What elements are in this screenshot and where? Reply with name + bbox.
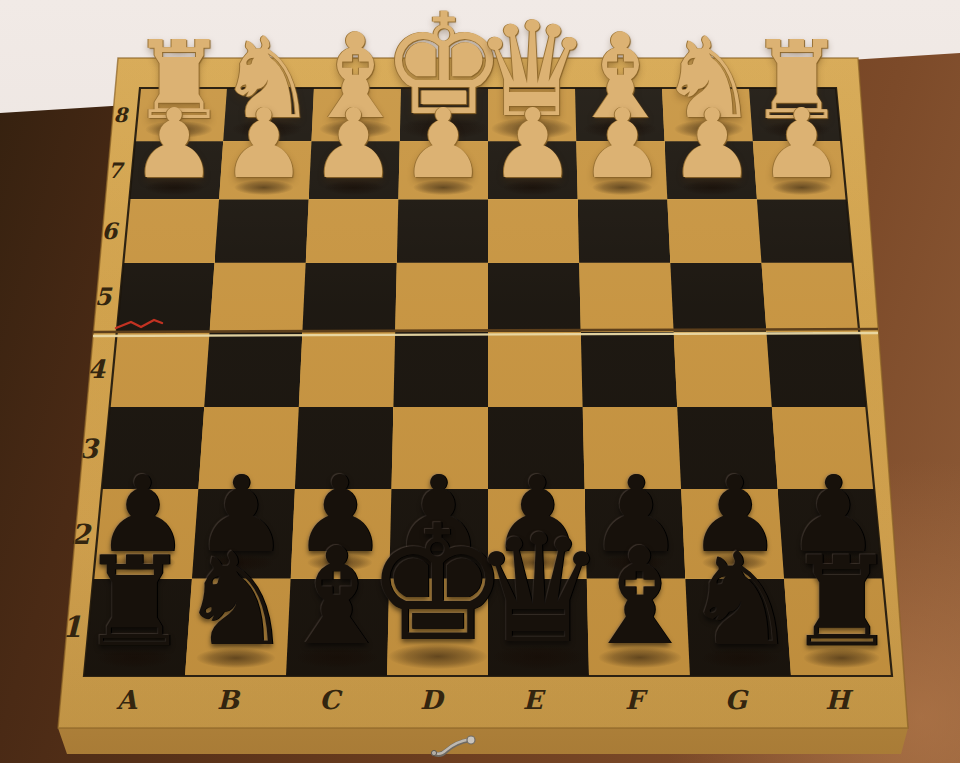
file-label-B: B xyxy=(217,685,239,715)
rank-label-5: 5 xyxy=(95,283,112,311)
square-d6 xyxy=(397,199,488,262)
square-a6 xyxy=(123,199,219,262)
piece-white-pawn-d7: ♟ xyxy=(400,97,486,193)
piece-white-pawn-f7: ♟ xyxy=(580,97,666,193)
square-a5 xyxy=(117,263,215,332)
file-label-E: E xyxy=(523,685,543,715)
square-d5 xyxy=(395,263,488,332)
piece-black-rook-h1: ♜ xyxy=(786,540,897,664)
square-f6 xyxy=(578,199,671,262)
piece-white-pawn-g7: ♟ xyxy=(669,97,755,193)
file-label-D: D xyxy=(420,685,443,715)
file-label-H: H xyxy=(825,685,850,715)
square-e6 xyxy=(488,199,579,262)
rank-label-8: 8 xyxy=(113,103,127,127)
file-label-A: A xyxy=(116,685,136,715)
square-f4 xyxy=(581,332,677,407)
square-g4 xyxy=(674,332,772,407)
rank-label-6: 6 xyxy=(101,218,117,244)
square-h4 xyxy=(766,332,866,407)
piece-black-bishop-f1: ♝ xyxy=(579,530,699,664)
piece-white-pawn-e7: ♟ xyxy=(490,97,576,193)
piece-white-pawn-c7: ♟ xyxy=(311,97,397,193)
square-e5 xyxy=(488,263,581,332)
file-label-G: G xyxy=(725,685,747,715)
square-b5 xyxy=(210,263,306,332)
piece-black-knight-g1: ♞ xyxy=(683,536,798,664)
square-b6 xyxy=(215,199,309,262)
square-a4 xyxy=(110,332,210,407)
piece-white-pawn-h7: ♟ xyxy=(759,97,845,193)
square-g5 xyxy=(670,263,766,332)
photo-scene: 87654321ABCDEFGH ♜♞♝♚♛♝♞♜♟♟♟♟♟♟♟♟♟♟♟♟♟♟♟… xyxy=(0,0,960,763)
square-h6 xyxy=(757,199,853,262)
square-g6 xyxy=(667,199,761,262)
file-label-C: C xyxy=(319,685,340,715)
piece-black-rook-a1: ♜ xyxy=(79,540,190,664)
square-c5 xyxy=(302,263,396,332)
square-h5 xyxy=(761,263,859,332)
square-c4 xyxy=(299,332,395,407)
file-label-F: F xyxy=(625,685,643,715)
square-d4 xyxy=(393,332,488,407)
rank-label-4: 4 xyxy=(87,354,105,384)
rank-label-7: 7 xyxy=(108,158,123,183)
square-b4 xyxy=(204,332,302,407)
piece-white-pawn-b7: ♟ xyxy=(221,97,307,193)
square-f5 xyxy=(579,263,673,332)
square-e4 xyxy=(488,332,583,407)
square-c6 xyxy=(306,199,399,262)
piece-white-pawn-a7: ♟ xyxy=(131,97,217,193)
